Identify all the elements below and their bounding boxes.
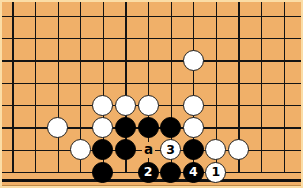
stone-black-2: 2 <box>138 162 159 183</box>
stone-white <box>228 139 249 160</box>
grid-vline <box>12 2 13 173</box>
grid-hline <box>2 60 301 61</box>
stone-white <box>92 117 113 138</box>
stone-white <box>183 50 204 71</box>
grid-hline <box>2 38 301 39</box>
stone-black <box>160 162 181 183</box>
grid-vline <box>261 2 262 173</box>
grid-hline <box>2 16 301 17</box>
stone-white <box>183 117 204 138</box>
stone-white <box>205 139 226 160</box>
stone-white-1: 1 <box>205 162 226 183</box>
point-label-a: a <box>142 142 155 158</box>
stone-black <box>160 117 181 138</box>
stone-black <box>115 117 136 138</box>
stone-black-4: 4 <box>183 162 204 183</box>
stone-black <box>183 139 204 160</box>
stone-black <box>92 139 113 160</box>
stone-white <box>115 95 136 116</box>
stone-white <box>183 95 204 116</box>
stone-black <box>138 117 159 138</box>
grid-hline <box>2 83 301 84</box>
stone-white <box>70 139 91 160</box>
stone-black <box>115 139 136 160</box>
grid-vline <box>58 2 59 173</box>
stone-white <box>47 117 68 138</box>
stone-white-3: 3 <box>160 139 181 160</box>
go-board: 3241 a <box>2 2 301 186</box>
stone-white <box>92 95 113 116</box>
go-diagram: 3241 a <box>0 0 303 188</box>
grid-vline <box>284 2 285 173</box>
board-bottom-edge-shadow <box>2 185 301 186</box>
stone-black <box>92 162 113 183</box>
stone-white <box>138 95 159 116</box>
grid-vline <box>35 2 36 173</box>
